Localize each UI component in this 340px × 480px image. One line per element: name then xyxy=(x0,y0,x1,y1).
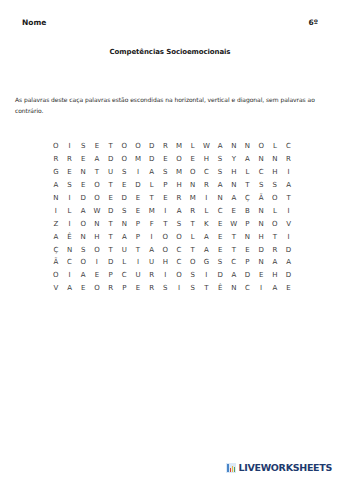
grid-cell-r9c9[interactable]: O xyxy=(159,243,173,256)
grid-cell-r2c9[interactable]: E xyxy=(159,153,173,166)
grid-cell-r3c15[interactable]: L xyxy=(241,166,255,179)
footer-brand: LIVEWORKSHEETS xyxy=(226,462,332,473)
grid-cell-r2c1[interactable]: R xyxy=(49,153,63,166)
grid-cell-r2c8[interactable]: D xyxy=(145,153,159,166)
grid-cell-r9c5[interactable]: T xyxy=(104,243,118,256)
grid-cell-r4c10[interactable]: H xyxy=(172,179,186,192)
worksheet-page: Nome 6º Competências Socioemocionais As … xyxy=(0,0,340,480)
grid-cell-r9c16[interactable]: D xyxy=(254,243,268,256)
grid-cell-r4c18[interactable]: A xyxy=(282,179,296,192)
grid-cell-r7c15[interactable]: P xyxy=(241,217,255,230)
grid-cell-r5c6[interactable]: D xyxy=(117,192,131,205)
grid-cell-r12c9[interactable]: S xyxy=(159,282,173,295)
grid-cell-r5c10[interactable]: R xyxy=(172,192,186,205)
grid-cell-r8c6[interactable]: A xyxy=(117,230,131,243)
grid-cell-r7c7[interactable]: P xyxy=(131,217,145,230)
grid-cell-r3c11[interactable]: O xyxy=(186,166,200,179)
grid-cell-r5c9[interactable]: E xyxy=(159,192,173,205)
grid-cell-r4c5[interactable]: T xyxy=(104,179,118,192)
grid-cell-r7c3[interactable]: O xyxy=(76,217,90,230)
grid-cell-r6c7[interactable]: E xyxy=(131,204,145,217)
grid-cell-r12c4[interactable]: O xyxy=(90,282,104,295)
grid-cell-r11c17[interactable]: H xyxy=(268,269,282,282)
grid-cell-r7c18[interactable]: V xyxy=(282,217,296,230)
grid-cell-r5c17[interactable]: O xyxy=(268,192,282,205)
grid-cell-r4c2[interactable]: S xyxy=(63,179,77,192)
grid-cell-r9c15[interactable]: E xyxy=(241,243,255,256)
grid-cell-r6c4[interactable]: W xyxy=(90,204,104,217)
grid-cell-r2c17[interactable]: N xyxy=(268,153,282,166)
grid-cell-r12c6[interactable]: P xyxy=(117,282,131,295)
grid-cell-r3c6[interactable]: S xyxy=(117,166,131,179)
grid-cell-r6c1[interactable]: I xyxy=(49,204,63,217)
grid-cell-r7c16[interactable]: N xyxy=(254,217,268,230)
grid-cell-r5c1[interactable]: N xyxy=(49,192,63,205)
grid-cell-r9c4[interactable]: O xyxy=(90,243,104,256)
grid-cell-r11c18[interactable]: D xyxy=(282,269,296,282)
grid-cell-r8c3[interactable]: N xyxy=(76,230,90,243)
grid-cell-r2c3[interactable]: E xyxy=(76,153,90,166)
grid-cell-r10c1[interactable]: Ã xyxy=(49,256,63,269)
grid-cell-r7c12[interactable]: K xyxy=(200,217,214,230)
grid-cell-r1c7[interactable]: O xyxy=(131,140,145,153)
grid-cell-r4c1[interactable]: A xyxy=(49,179,63,192)
grid-cell-r2c12[interactable]: H xyxy=(200,153,214,166)
grid-cell-r4c6[interactable]: E xyxy=(117,179,131,192)
grid-cell-r10c14[interactable]: C xyxy=(227,256,241,269)
grid-cell-r6c8[interactable]: M xyxy=(145,204,159,217)
grid-cell-r8c7[interactable]: P xyxy=(131,230,145,243)
grid-cell-r6c5[interactable]: D xyxy=(104,204,118,217)
grid-cell-r10c17[interactable]: A xyxy=(268,256,282,269)
grid-cell-r11c1[interactable]: O xyxy=(49,269,63,282)
grid-cell-r11c11[interactable]: S xyxy=(186,269,200,282)
grid-cell-r11c6[interactable]: C xyxy=(117,269,131,282)
grid-cell-r3c2[interactable]: E xyxy=(63,166,77,179)
logo-bar-yellow xyxy=(232,466,233,472)
grid-cell-r2c11[interactable]: E xyxy=(186,153,200,166)
grid-cell-r2c6[interactable]: O xyxy=(117,153,131,166)
grid-cell-r3c7[interactable]: I xyxy=(131,166,145,179)
grid-cell-r2c15[interactable]: A xyxy=(241,153,255,166)
grid-cell-r5c14[interactable]: A xyxy=(227,192,241,205)
grid-cell-r1c9[interactable]: R xyxy=(159,140,173,153)
grid-cell-r6c13[interactable]: C xyxy=(213,204,227,217)
grid-cell-r5c18[interactable]: T xyxy=(282,192,296,205)
grid-cell-r3c13[interactable]: S xyxy=(213,166,227,179)
logo-bar-blue xyxy=(227,464,228,472)
grid-cell-r7c2[interactable]: I xyxy=(63,217,77,230)
grid-cell-r5c16[interactable]: Ã xyxy=(254,192,268,205)
grid-cell-r1c3[interactable]: S xyxy=(76,140,90,153)
grid-cell-r9c3[interactable]: S xyxy=(76,243,90,256)
grid-cell-r11c8[interactable]: R xyxy=(145,269,159,282)
grid-cell-r6c2[interactable]: L xyxy=(63,204,77,217)
grid-cell-r10c7[interactable]: I xyxy=(131,256,145,269)
grid-cell-r12c15[interactable]: C xyxy=(241,282,255,295)
grid-cell-r3c12[interactable]: C xyxy=(200,166,214,179)
grid-cell-r7c6[interactable]: N xyxy=(117,217,131,230)
grid-cell-r9c8[interactable]: A xyxy=(145,243,159,256)
grid-cell-r11c12[interactable]: I xyxy=(200,269,214,282)
grid-cell-r5c15[interactable]: Ç xyxy=(241,192,255,205)
grid-cell-r11c7[interactable]: U xyxy=(131,269,145,282)
brand-name: LIVEWORKSHEETS xyxy=(238,462,332,473)
grid-cell-r4c11[interactable]: N xyxy=(186,179,200,192)
grid-cell-r4c9[interactable]: P xyxy=(159,179,173,192)
grid-cell-r2c4[interactable]: A xyxy=(90,153,104,166)
grid-cell-r10c12[interactable]: G xyxy=(200,256,214,269)
grid-cell-r8c5[interactable]: T xyxy=(104,230,118,243)
grid-cell-r1c1[interactable]: O xyxy=(49,140,63,153)
grid-cell-r9c12[interactable]: A xyxy=(200,243,214,256)
grid-cell-r2c18[interactable]: R xyxy=(282,153,296,166)
grid-cell-r7c13[interactable]: E xyxy=(213,217,227,230)
grid-cell-r4c16[interactable]: S xyxy=(254,179,268,192)
grid-cell-r1c11[interactable]: L xyxy=(186,140,200,153)
grid-cell-r6c16[interactable]: N xyxy=(254,204,268,217)
grid-cell-r8c16[interactable]: H xyxy=(254,230,268,243)
grid-cell-r12c8[interactable]: R xyxy=(145,282,159,295)
grid-cell-r6c17[interactable]: L xyxy=(268,204,282,217)
grid-cell-r9c10[interactable]: C xyxy=(172,243,186,256)
grid-cell-r6c18[interactable]: I xyxy=(282,204,296,217)
grid-cell-r11c5[interactable]: P xyxy=(104,269,118,282)
grid-cell-r5c8[interactable]: T xyxy=(145,192,159,205)
grid-cell-r6c12[interactable]: L xyxy=(200,204,214,217)
grid-cell-r10c3[interactable]: O xyxy=(76,256,90,269)
grid-cell-r5c2[interactable]: I xyxy=(63,192,77,205)
grid-cell-r10c6[interactable]: L xyxy=(117,256,131,269)
grid-cell-r3c16[interactable]: C xyxy=(254,166,268,179)
grid-cell-r1c18[interactable]: C xyxy=(282,140,296,153)
grid-cell-r5c7[interactable]: E xyxy=(131,192,145,205)
grid-cell-r7c4[interactable]: N xyxy=(90,217,104,230)
grid-cell-r4c3[interactable]: E xyxy=(76,179,90,192)
grid-cell-r7c10[interactable]: S xyxy=(172,217,186,230)
grid-cell-r12c16[interactable]: I xyxy=(254,282,268,295)
grid-cell-r1c10[interactable]: M xyxy=(172,140,186,153)
grid-cell-r5c13[interactable]: N xyxy=(213,192,227,205)
grid-cell-r3c18[interactable]: I xyxy=(282,166,296,179)
grid-cell-r1c14[interactable]: N xyxy=(227,140,241,153)
grid-cell-r5c11[interactable]: M xyxy=(186,192,200,205)
grid-cell-r10c2[interactable]: C xyxy=(63,256,77,269)
grid-cell-r10c8[interactable]: U xyxy=(145,256,159,269)
grid-cell-r1c15[interactable]: N xyxy=(241,140,255,153)
instructions-text: As palavras deste caça palavras estão es… xyxy=(15,94,327,116)
grid-cell-r7c1[interactable]: Z xyxy=(49,217,63,230)
grid-cell-r7c8[interactable]: F xyxy=(145,217,159,230)
grid-cell-r12c2[interactable]: A xyxy=(63,282,77,295)
grid-cell-r10c11[interactable]: O xyxy=(186,256,200,269)
grid-cell-r9c7[interactable]: T xyxy=(131,243,145,256)
grid-cell-r8c1[interactable]: A xyxy=(49,230,63,243)
grid-cell-r9c14[interactable]: T xyxy=(227,243,241,256)
grid-cell-r12c3[interactable]: E xyxy=(76,282,90,295)
grid-cell-r2c16[interactable]: N xyxy=(254,153,268,166)
grid-cell-r11c14[interactable]: A xyxy=(227,269,241,282)
grid-cell-r8c12[interactable]: A xyxy=(200,230,214,243)
grid-cell-r3c8[interactable]: A xyxy=(145,166,159,179)
grid-cell-r8c14[interactable]: T xyxy=(227,230,241,243)
grid-cell-r5c3[interactable]: D xyxy=(76,192,90,205)
grid-cell-r8c2[interactable]: Ê xyxy=(63,230,77,243)
grid-cell-r9c1[interactable]: Ç xyxy=(49,243,63,256)
grid-cell-r8c11[interactable]: L xyxy=(186,230,200,243)
grid-cell-r3c14[interactable]: H xyxy=(227,166,241,179)
grid-cell-r2c14[interactable]: Y xyxy=(227,153,241,166)
logo-bar-green xyxy=(234,467,235,472)
grid-cell-r10c9[interactable]: H xyxy=(159,256,173,269)
grid-cell-r10c16[interactable]: N xyxy=(254,256,268,269)
grid-cell-r6c11[interactable]: R xyxy=(186,204,200,217)
grid-cell-r11c10[interactable]: O xyxy=(172,269,186,282)
grid-cell-r7c14[interactable]: W xyxy=(227,217,241,230)
grid-cell-r12c18[interactable]: E xyxy=(282,282,296,295)
word-search-grid[interactable]: OISETOODRMLWANNOLCRREADOMDEOEHSYANNRGENT… xyxy=(49,140,295,295)
grid-cell-r9c6[interactable]: U xyxy=(117,243,131,256)
grid-cell-r11c9[interactable]: I xyxy=(159,269,173,282)
grid-cell-r12c11[interactable]: S xyxy=(186,282,200,295)
grid-cell-r12c7[interactable]: E xyxy=(131,282,145,295)
grid-cell-r12c17[interactable]: A xyxy=(268,282,282,295)
grid-cell-r8c4[interactable]: H xyxy=(90,230,104,243)
grid-cell-r6c9[interactable]: I xyxy=(159,204,173,217)
grid-cell-r4c8[interactable]: L xyxy=(145,179,159,192)
grid-cell-r8c18[interactable]: I xyxy=(282,230,296,243)
grid-cell-r6c15[interactable]: B xyxy=(241,204,255,217)
grid-cell-r6c6[interactable]: S xyxy=(117,204,131,217)
grid-cell-r11c13[interactable]: D xyxy=(213,269,227,282)
grid-cell-r8c9[interactable]: O xyxy=(159,230,173,243)
grid-cell-r1c13[interactable]: A xyxy=(213,140,227,153)
grid-cell-r8c8[interactable]: I xyxy=(145,230,159,243)
grid-cell-r9c2[interactable]: N xyxy=(63,243,77,256)
grid-cell-r3c9[interactable]: S xyxy=(159,166,173,179)
grid-cell-r2c7[interactable]: M xyxy=(131,153,145,166)
grid-cell-r1c2[interactable]: I xyxy=(63,140,77,153)
grid-cell-r3c4[interactable]: T xyxy=(90,166,104,179)
liveworksheets-logo-icon xyxy=(226,463,236,473)
grid-cell-r7c9[interactable]: T xyxy=(159,217,173,230)
grid-cell-r8c15[interactable]: N xyxy=(241,230,255,243)
grid-cell-r2c5[interactable]: D xyxy=(104,153,118,166)
grid-cell-r1c4[interactable]: E xyxy=(90,140,104,153)
grid-cell-r11c2[interactable]: I xyxy=(63,269,77,282)
grid-cell-r5c4[interactable]: O xyxy=(90,192,104,205)
grade-label: 6º xyxy=(309,18,318,27)
grid-cell-r2c13[interactable]: S xyxy=(213,153,227,166)
grid-cell-r6c3[interactable]: A xyxy=(76,204,90,217)
grid-cell-r12c10[interactable]: I xyxy=(172,282,186,295)
grid-cell-r1c5[interactable]: T xyxy=(104,140,118,153)
grid-cell-r4c7[interactable]: D xyxy=(131,179,145,192)
grid-cell-r12c14[interactable]: N xyxy=(227,282,241,295)
grid-cell-r11c16[interactable]: E xyxy=(254,269,268,282)
grid-cell-r9c13[interactable]: E xyxy=(213,243,227,256)
grid-cell-r12c1[interactable]: V xyxy=(49,282,63,295)
grid-cell-r8c17[interactable]: T xyxy=(268,230,282,243)
grid-cell-r4c4[interactable]: O xyxy=(90,179,104,192)
grid-cell-r4c17[interactable]: S xyxy=(268,179,282,192)
grid-cell-r1c12[interactable]: W xyxy=(200,140,214,153)
grid-cell-r9c18[interactable]: D xyxy=(282,243,296,256)
grid-cell-r10c10[interactable]: C xyxy=(172,256,186,269)
grid-cell-r5c12[interactable]: I xyxy=(200,192,214,205)
grid-cell-r10c15[interactable]: P xyxy=(241,256,255,269)
grid-cell-r12c12[interactable]: T xyxy=(200,282,214,295)
grid-cell-r2c10[interactable]: O xyxy=(172,153,186,166)
grid-cell-r4c15[interactable]: T xyxy=(241,179,255,192)
grid-cell-r9c11[interactable]: T xyxy=(186,243,200,256)
grid-cell-r10c13[interactable]: S xyxy=(213,256,227,269)
page-title: Competências Socioemocionais xyxy=(0,48,340,56)
grid-cell-r7c5[interactable]: T xyxy=(104,217,118,230)
grid-cell-r3c3[interactable]: N xyxy=(76,166,90,179)
grid-cell-r11c15[interactable]: D xyxy=(241,269,255,282)
grid-cell-r3c17[interactable]: H xyxy=(268,166,282,179)
grid-cell-r10c18[interactable]: A xyxy=(282,256,296,269)
grid-cell-r2c2[interactable]: R xyxy=(63,153,77,166)
grid-cell-r9c17[interactable]: R xyxy=(268,243,282,256)
grid-cell-r12c5[interactable]: R xyxy=(104,282,118,295)
grid-cell-r5c5[interactable]: E xyxy=(104,192,118,205)
grid-cell-r4c14[interactable]: N xyxy=(227,179,241,192)
grid-cell-r3c10[interactable]: M xyxy=(172,166,186,179)
grid-cell-r6c10[interactable]: A xyxy=(172,204,186,217)
grid-cell-r8c13[interactable]: E xyxy=(213,230,227,243)
grid-cell-r3c1[interactable]: G xyxy=(49,166,63,179)
grid-cell-r1c6[interactable]: O xyxy=(117,140,131,153)
grid-cell-r11c4[interactable]: E xyxy=(90,269,104,282)
grid-cell-r1c17[interactable]: L xyxy=(268,140,282,153)
header: Nome 6º xyxy=(22,18,318,27)
grid-cell-r7c11[interactable]: T xyxy=(186,217,200,230)
grid-cell-r6c14[interactable]: E xyxy=(227,204,241,217)
grid-cell-r1c16[interactable]: O xyxy=(254,140,268,153)
logo-bar-red xyxy=(230,468,231,472)
grid-cell-r11c3[interactable]: A xyxy=(76,269,90,282)
grid-cell-r10c5[interactable]: D xyxy=(104,256,118,269)
grid-cell-r4c13[interactable]: A xyxy=(213,179,227,192)
grid-cell-r12c13[interactable]: Ê xyxy=(213,282,227,295)
grid-cell-r4c12[interactable]: R xyxy=(200,179,214,192)
grid-cell-r3c5[interactable]: U xyxy=(104,166,118,179)
grid-cell-r10c4[interactable]: I xyxy=(90,256,104,269)
grid-cell-r7c17[interactable]: O xyxy=(268,217,282,230)
grid-cell-r1c8[interactable]: D xyxy=(145,140,159,153)
grid-cell-r8c10[interactable]: O xyxy=(172,230,186,243)
name-label: Nome xyxy=(22,18,46,27)
